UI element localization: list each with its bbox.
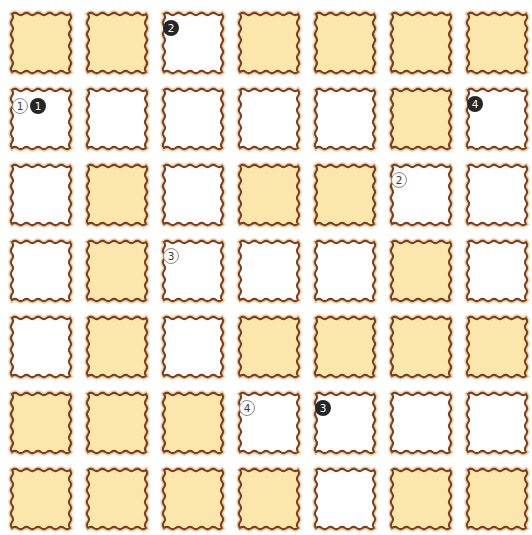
cell-r7c1-shaded[interactable] [8,466,74,532]
wavy-cracker-border [236,10,302,76]
empty-cell-face [239,241,299,301]
cell-r1c1-shaded[interactable] [8,10,74,76]
wavy-cracker-border [388,390,454,456]
clue-marker-outline-3: 3 [163,248,179,264]
cell-r7c2-shaded[interactable] [84,466,150,532]
shaded-cell-face [87,165,147,225]
shaded-cell-face [87,241,147,301]
cell-r6c6-empty[interactable] [388,390,454,456]
shaded-cell-face [315,317,375,377]
cell-r4c1-empty[interactable] [8,238,74,304]
clue-marker-solid-1: 1 [30,98,46,114]
shaded-cell-face [163,469,223,529]
wavy-cracker-border [312,86,378,152]
clue-marker-solid-4: 4 [467,96,483,112]
shaded-cell-face [87,13,147,73]
empty-cell-face [467,241,527,301]
cell-r6c2-shaded[interactable] [84,390,150,456]
cell-r5c4-shaded[interactable] [236,314,302,380]
wavy-cracker-border [464,390,530,456]
cell-r6c3-shaded[interactable] [160,390,226,456]
wavy-cracker-border [84,466,150,532]
wavy-cracker-border [160,390,226,456]
cell-r4c5-empty[interactable] [312,238,378,304]
cell-r3c4-shaded[interactable] [236,162,302,228]
cell-r2c4-empty[interactable] [236,86,302,152]
empty-cell-face [467,165,527,225]
wavy-cracker-border [312,466,378,532]
shaded-cell-face [239,13,299,73]
wavy-cracker-border [160,314,226,380]
shaded-cell-face [391,13,451,73]
shaded-cell-face [391,469,451,529]
wavy-cracker-border [8,390,74,456]
clue-marker-outline-4: 4 [239,400,255,416]
wavy-cracker-border [160,466,226,532]
cell-r1c4-shaded[interactable] [236,10,302,76]
shaded-cell-face [87,469,147,529]
empty-cell-face [11,165,71,225]
cell-r6c7-empty[interactable] [464,390,530,456]
wavy-cracker-border [8,314,74,380]
shaded-cell-face [467,13,527,73]
cell-r2c2-empty[interactable] [84,86,150,152]
cell-r6c5-empty[interactable]: 3 [312,390,378,456]
clue-marker-outline-2: 2 [391,172,407,188]
cell-r7c3-shaded[interactable] [160,466,226,532]
cell-r7c7-shaded[interactable] [464,466,530,532]
empty-cell-face [391,393,451,453]
cell-r5c1-empty[interactable] [8,314,74,380]
wavy-cracker-border [236,314,302,380]
clue-marker-solid-2: 2 [163,20,179,36]
cell-r3c5-shaded[interactable] [312,162,378,228]
wavy-cracker-border [8,10,74,76]
cell-r7c6-shaded[interactable] [388,466,454,532]
cell-r2c1-empty[interactable]: 11 [8,86,74,152]
wavy-cracker-border [84,86,150,152]
shaded-cell-face [239,165,299,225]
wavy-cracker-border [236,86,302,152]
wavy-cracker-border [464,466,530,532]
wavy-cracker-border [160,86,226,152]
wavy-cracker-border [388,314,454,380]
empty-cell-face [315,241,375,301]
wavy-cracker-border [84,314,150,380]
shaded-cell-face [391,317,451,377]
wavy-cracker-border [236,238,302,304]
cell-r5c3-empty[interactable] [160,314,226,380]
cell-r2c3-empty[interactable] [160,86,226,152]
empty-cell-face [163,317,223,377]
shaded-cell-face [11,393,71,453]
shaded-cell-face [87,393,147,453]
wavy-cracker-border [84,10,150,76]
wavy-cracker-border [312,10,378,76]
wavy-cracker-border [84,238,150,304]
cell-r1c2-shaded[interactable] [84,10,150,76]
cell-r3c6-empty[interactable]: 2 [388,162,454,228]
empty-cell-face [239,89,299,149]
wavy-cracker-border [84,162,150,228]
wavy-cracker-border [388,86,454,152]
wavy-cracker-border [8,466,74,532]
cell-r1c3-empty[interactable]: 2 [160,10,226,76]
puzzle-board: 21142343 [0,0,532,535]
wavy-cracker-border [464,162,530,228]
cell-r6c4-empty[interactable]: 4 [236,390,302,456]
cell-r6c1-shaded[interactable] [8,390,74,456]
cell-r1c7-shaded[interactable] [464,10,530,76]
wavy-cracker-border [464,238,530,304]
wavy-cracker-border [236,466,302,532]
empty-cell-face [11,241,71,301]
shaded-cell-face [315,13,375,73]
cell-r2c5-empty[interactable] [312,86,378,152]
empty-cell-face [163,165,223,225]
wavy-cracker-border [388,466,454,532]
wavy-cracker-border [388,238,454,304]
wavy-cracker-border [464,10,530,76]
cell-r7c4-shaded[interactable] [236,466,302,532]
shaded-cell-face [239,469,299,529]
cell-r3c7-empty[interactable] [464,162,530,228]
cell-r4c4-empty[interactable] [236,238,302,304]
cell-r1c6-shaded[interactable] [388,10,454,76]
cell-r3c2-shaded[interactable] [84,162,150,228]
cell-r4c3-empty[interactable]: 3 [160,238,226,304]
wavy-cracker-border [84,390,150,456]
cell-r2c6-shaded[interactable] [388,86,454,152]
empty-cell-face [467,393,527,453]
shaded-cell-face [87,317,147,377]
wavy-cracker-border [236,162,302,228]
wavy-cracker-border [312,238,378,304]
cell-r5c7-shaded[interactable] [464,314,530,380]
cell-r2c7-empty[interactable]: 4 [464,86,530,152]
wavy-cracker-border [388,10,454,76]
wavy-cracker-border [160,162,226,228]
wavy-cracker-border [8,238,74,304]
cell-r4c7-empty[interactable] [464,238,530,304]
cell-r5c5-shaded[interactable] [312,314,378,380]
cell-r7c5-empty[interactable] [312,466,378,532]
cell-r1c5-shaded[interactable] [312,10,378,76]
cell-r5c2-shaded[interactable] [84,314,150,380]
cell-r4c6-shaded[interactable] [388,238,454,304]
clue-marker-solid-3: 3 [315,400,331,416]
shaded-cell-face [315,165,375,225]
wavy-cracker-border [464,314,530,380]
shaded-cell-face [239,317,299,377]
shaded-cell-face [11,469,71,529]
wavy-cracker-border [8,86,74,152]
empty-cell-face [163,89,223,149]
shaded-cell-face [11,13,71,73]
cell-r3c1-empty[interactable] [8,162,74,228]
clue-marker-outline-1: 1 [12,98,28,114]
wavy-cracker-border [312,314,378,380]
shaded-cell-face [467,469,527,529]
shaded-cell-face [467,317,527,377]
empty-cell-face [315,469,375,529]
shaded-cell-face [391,241,451,301]
cell-r5c6-shaded[interactable] [388,314,454,380]
empty-cell-face [87,89,147,149]
shaded-cell-face [163,393,223,453]
wavy-cracker-border [8,162,74,228]
shaded-cell-face [391,89,451,149]
empty-cell-face [11,317,71,377]
cell-r3c3-empty[interactable] [160,162,226,228]
empty-cell-face [315,89,375,149]
wavy-cracker-border [312,162,378,228]
cell-r4c2-shaded[interactable] [84,238,150,304]
